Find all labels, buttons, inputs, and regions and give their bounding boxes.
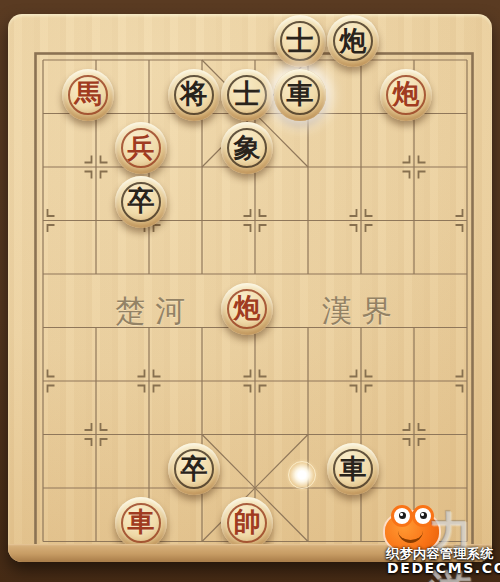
- piece-black-elephant[interactable]: 象: [221, 122, 273, 174]
- piece-glyph: 象: [234, 134, 261, 161]
- piece-glyph: 卒: [128, 187, 155, 214]
- piece-glyph: 馬: [75, 80, 102, 107]
- piece-red-horse[interactable]: 馬: [62, 69, 114, 121]
- river-label-han-jie: 漢界: [322, 291, 402, 332]
- piece-glyph: 兵: [128, 134, 155, 161]
- piece-red-general[interactable]: 帥: [221, 497, 273, 549]
- piece-red-cannon[interactable]: 炮: [380, 69, 432, 121]
- xiangqi-game-screen: 楚河 漢界 士炮馬将士車炮兵象卒炮卒車車帥 力游 织梦内容管理系统 DEDECM…: [0, 0, 500, 582]
- watermark-domain-text: DEDECMS.COM: [387, 560, 500, 576]
- piece-black-advisor[interactable]: 士: [221, 69, 273, 121]
- piece-black-general[interactable]: 将: [168, 69, 220, 121]
- piece-black-chariot[interactable]: 車: [327, 443, 379, 495]
- board-front-edge: [8, 544, 492, 562]
- piece-glyph: 車: [340, 455, 367, 482]
- piece-black-soldier[interactable]: 卒: [115, 176, 167, 228]
- piece-glyph: 炮: [340, 27, 367, 54]
- piece-glyph: 帥: [234, 508, 261, 535]
- piece-glyph: 士: [287, 27, 314, 54]
- piece-glyph: 車: [128, 508, 155, 535]
- piece-glyph: 車: [287, 80, 314, 107]
- piece-black-soldier[interactable]: 卒: [168, 443, 220, 495]
- piece-red-cannon[interactable]: 炮: [221, 283, 273, 335]
- piece-glyph: 炮: [234, 294, 261, 321]
- piece-glyph: 卒: [181, 455, 208, 482]
- piece-glyph: 炮: [393, 80, 420, 107]
- piece-red-chariot[interactable]: 車: [115, 497, 167, 549]
- piece-black-cannon[interactable]: 炮: [327, 15, 379, 67]
- piece-red-soldier[interactable]: 兵: [115, 122, 167, 174]
- river-label-chu-he: 楚河: [115, 291, 195, 332]
- piece-black-advisor[interactable]: 士: [274, 15, 326, 67]
- piece-glyph: 将: [181, 80, 208, 107]
- piece-glyph: 士: [234, 80, 261, 107]
- last-move-sparkle: [285, 458, 319, 492]
- piece-black-chariot[interactable]: 車: [274, 69, 326, 121]
